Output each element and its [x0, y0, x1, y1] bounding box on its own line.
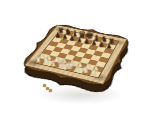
product-photo-scene: ♜♞♝♛♚♝♞♜♟♟♟♟♟♟♟♟♟♟♟♟♟♟♟♟♜♞♝♛♚♝♞♜ [0, 0, 166, 120]
black-pawn-piece: ♟ [102, 43, 116, 49]
square-h1: ♜ [90, 70, 101, 77]
white-rook-piece: ♜ [86, 69, 101, 77]
clasp-chain-link-icon [49, 89, 52, 92]
brass-clasp [42, 83, 54, 93]
square-h7: ♟ [106, 44, 116, 50]
